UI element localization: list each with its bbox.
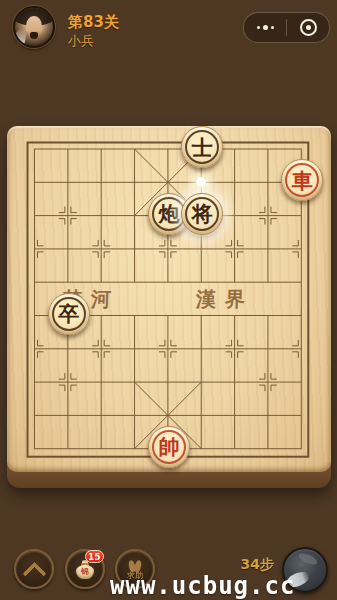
piece-black-general[interactable]: 将 xyxy=(181,193,223,235)
close-button[interactable] xyxy=(287,13,329,42)
hint-count-badge: 15 xyxy=(85,550,104,563)
praying-hands-icon xyxy=(127,560,143,572)
chevron-up-icon xyxy=(22,561,46,585)
piece-black-advisor[interactable]: 士 xyxy=(181,126,223,168)
top-bar: 第83关 小兵 xyxy=(0,0,337,56)
player-avatar xyxy=(13,6,55,48)
app-screen: 第83关 小兵 楚河 漢界 士車炮将卒帥 锦 15 求助 34步 xyxy=(0,0,337,600)
more-button[interactable] xyxy=(244,13,286,42)
avatar-beard xyxy=(30,32,38,39)
expand-button[interactable] xyxy=(14,549,54,589)
close-circle-icon xyxy=(300,19,317,36)
watermark: www.ucbug.cc xyxy=(110,572,295,600)
piece-red-general[interactable]: 帥 xyxy=(148,426,190,468)
more-icon xyxy=(257,26,260,29)
river-label-right: 漢界 xyxy=(196,286,255,313)
miniprogram-capsule xyxy=(243,12,330,43)
piece-black-soldier[interactable]: 卒 xyxy=(48,293,90,335)
level-title: 第83关 xyxy=(68,13,119,32)
player-rank: 小兵 xyxy=(68,32,94,50)
